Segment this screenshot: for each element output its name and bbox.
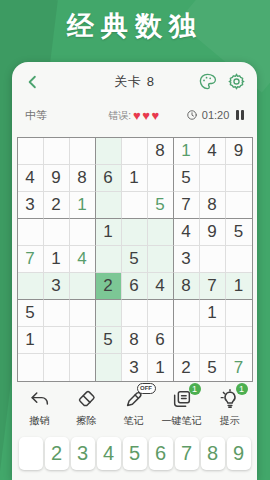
sudoku-cell-r5c4[interactable] (96, 246, 122, 273)
errors-counter: 错误:♥♥♥ (12, 108, 257, 123)
notes-button[interactable]: OFF 笔记 (115, 388, 153, 428)
sudoku-cell-r8c9[interactable] (226, 327, 252, 354)
sudoku-cell-r2c1[interactable]: 4 (18, 165, 44, 192)
sudoku-cell-r4c6[interactable] (148, 219, 174, 246)
sudoku-cell-r7c3[interactable] (70, 300, 96, 327)
sudoku-cell-r9c1[interactable] (18, 354, 44, 381)
sudoku-cell-r8c8[interactable] (200, 327, 226, 354)
sudoku-cell-r7c9[interactable] (226, 300, 252, 327)
sudoku-cell-r7c1[interactable]: 5 (18, 300, 44, 327)
card-header: 关卡 8 (12, 62, 257, 102)
sudoku-cell-r8c2[interactable] (44, 327, 70, 354)
sudoku-cell-r1c4[interactable] (96, 138, 122, 165)
sudoku-board: 8149498615321578149571453326487151158631… (17, 137, 253, 382)
sudoku-cell-r7c5[interactable] (122, 300, 148, 327)
sudoku-cell-r3c3[interactable]: 1 (70, 192, 96, 219)
sudoku-cell-r8c7[interactable] (174, 327, 200, 354)
sudoku-cell-r1c3[interactable] (70, 138, 96, 165)
sudoku-cell-r4c9[interactable]: 5 (226, 219, 252, 246)
sudoku-cell-r5c5[interactable]: 5 (122, 246, 148, 273)
hint-count-badge: 1 (236, 383, 248, 395)
sudoku-cell-r3c8[interactable]: 8 (200, 192, 226, 219)
eraser-icon (76, 388, 98, 410)
sudoku-cell-r6c5[interactable]: 6 (122, 273, 148, 300)
erase-label: 擦除 (77, 414, 97, 428)
sudoku-cell-r2c3[interactable]: 8 (70, 165, 96, 192)
sudoku-cell-r4c4[interactable]: 1 (96, 219, 122, 246)
hearts: ♥♥♥ (133, 108, 161, 123)
numpad-key-2[interactable]: 2 (45, 437, 69, 470)
sudoku-cell-r5c6[interactable] (148, 246, 174, 273)
sudoku-cell-r1c8[interactable]: 4 (200, 138, 226, 165)
sudoku-cell-r4c1[interactable] (18, 219, 44, 246)
numpad-key-5[interactable]: 5 (123, 437, 147, 470)
sudoku-cell-r8c5[interactable]: 8 (122, 327, 148, 354)
sudoku-cell-r8c1[interactable]: 1 (18, 327, 44, 354)
numpad-key-7[interactable]: 7 (175, 437, 199, 470)
erase-button[interactable]: 擦除 (68, 388, 106, 428)
sudoku-cell-r2c8[interactable] (200, 165, 226, 192)
numpad-key-8[interactable]: 8 (201, 437, 225, 470)
sudoku-cell-r7c7[interactable] (174, 300, 200, 327)
sudoku-cell-r3c1[interactable]: 3 (18, 192, 44, 219)
auto-notes-label: 一键笔记 (162, 414, 202, 428)
sudoku-cell-r8c4[interactable]: 5 (96, 327, 122, 354)
sudoku-cell-r2c7[interactable]: 5 (174, 165, 200, 192)
notes-off-badge: OFF (137, 383, 156, 394)
app-screen: 经典数独 关卡 8 中等 错误:♥♥♥ (0, 0, 270, 480)
number-pad: 23456789 (19, 437, 251, 470)
sudoku-cell-r2c6[interactable] (148, 165, 174, 192)
numpad-key-4[interactable]: 4 (97, 437, 121, 470)
sudoku-cell-r5c8[interactable] (200, 246, 226, 273)
sudoku-cell-r5c7[interactable]: 3 (174, 246, 200, 273)
undo-button[interactable]: 撤销 (21, 388, 59, 428)
sudoku-cell-r6c1[interactable] (18, 273, 44, 300)
sudoku-cell-r4c2[interactable] (44, 219, 70, 246)
sudoku-cell-r6c8[interactable]: 7 (200, 273, 226, 300)
sudoku-cell-r2c5[interactable]: 1 (122, 165, 148, 192)
notes-label: 笔记 (124, 414, 144, 428)
sudoku-cell-r6c6[interactable]: 4 (148, 273, 174, 300)
game-card: 关卡 8 中等 错误:♥♥♥ 01:20 814949861532 (12, 62, 257, 480)
sudoku-cell-r4c5[interactable] (122, 219, 148, 246)
sudoku-cell-r3c4[interactable] (96, 192, 122, 219)
sudoku-cell-r3c6[interactable]: 5 (148, 192, 174, 219)
sudoku-cell-r9c7[interactable]: 2 (174, 354, 200, 381)
auto-notes-button[interactable]: 1 一键笔记 (162, 388, 202, 428)
sudoku-cell-r2c4[interactable]: 6 (96, 165, 122, 192)
status-bar: 中等 错误:♥♥♥ 01:20 (12, 103, 257, 127)
sudoku-cell-r1c7[interactable]: 1 (174, 138, 200, 165)
sudoku-cell-r7c6[interactable] (148, 300, 174, 327)
toolbar: 撤销 擦除 OFF 笔记 1 一键笔记 1 提示 (16, 388, 253, 428)
sudoku-cell-r5c3[interactable]: 4 (70, 246, 96, 273)
sudoku-cell-r6c2[interactable]: 3 (44, 273, 70, 300)
sudoku-cell-r7c8[interactable]: 1 (200, 300, 226, 327)
sudoku-cell-r9c4[interactable] (96, 354, 122, 381)
sudoku-cell-r2c9[interactable] (226, 165, 252, 192)
sudoku-cell-r3c7[interactable]: 7 (174, 192, 200, 219)
sudoku-cell-r1c6[interactable]: 8 (148, 138, 174, 165)
sudoku-cell-r7c4[interactable] (96, 300, 122, 327)
numpad-key-blank[interactable] (19, 437, 43, 470)
undo-label: 撤销 (30, 414, 50, 428)
gear-icon[interactable] (227, 72, 246, 91)
undo-arrow-icon (29, 388, 51, 410)
sudoku-cell-r6c3[interactable] (70, 273, 96, 300)
hint-button[interactable]: 1 提示 (211, 388, 249, 428)
palette-icon[interactable] (198, 72, 217, 91)
numpad-key-6[interactable]: 6 (149, 437, 173, 470)
sudoku-cell-r4c7[interactable]: 4 (174, 219, 200, 246)
sudoku-cell-r4c8[interactable]: 9 (200, 219, 226, 246)
sudoku-cell-r5c2[interactable]: 1 (44, 246, 70, 273)
sudoku-cell-r6c4[interactable]: 2 (96, 273, 122, 300)
sudoku-cell-r1c5[interactable] (122, 138, 148, 165)
sudoku-cell-r2c2[interactable]: 9 (44, 165, 70, 192)
sudoku-cell-r9c8[interactable]: 5 (200, 354, 226, 381)
sudoku-cell-r1c9[interactable]: 9 (226, 138, 252, 165)
sudoku-cell-r9c3[interactable] (70, 354, 96, 381)
sudoku-cell-r9c6[interactable]: 1 (148, 354, 174, 381)
sudoku-cell-r8c3[interactable] (70, 327, 96, 354)
sudoku-cell-r3c5[interactable] (122, 192, 148, 219)
sudoku-cell-r5c9[interactable] (226, 246, 252, 273)
app-title: 经典数独 (0, 8, 270, 44)
sudoku-cell-r9c2[interactable] (44, 354, 70, 381)
sudoku-cell-r3c9[interactable] (226, 192, 252, 219)
sudoku-cell-r9c5[interactable]: 3 (122, 354, 148, 381)
sudoku-cell-r6c9[interactable]: 1 (226, 273, 252, 300)
hint-label: 提示 (220, 414, 240, 428)
sudoku-cell-r9c9[interactable]: 7 (226, 354, 252, 381)
sudoku-cell-r4c3[interactable] (70, 219, 96, 246)
numpad-key-3[interactable]: 3 (71, 437, 95, 470)
sudoku-cell-r8c6[interactable]: 6 (148, 327, 174, 354)
numpad-key-9[interactable]: 9 (227, 437, 251, 470)
sudoku-cell-r3c2[interactable]: 2 (44, 192, 70, 219)
sudoku-cell-r1c2[interactable] (44, 138, 70, 165)
sudoku-cell-r5c1[interactable]: 7 (18, 246, 44, 273)
auto-notes-count-badge: 1 (189, 383, 201, 395)
sudoku-cell-r7c2[interactable] (44, 300, 70, 327)
sudoku-cell-r1c1[interactable] (18, 138, 44, 165)
sudoku-cell-r6c7[interactable]: 8 (174, 273, 200, 300)
